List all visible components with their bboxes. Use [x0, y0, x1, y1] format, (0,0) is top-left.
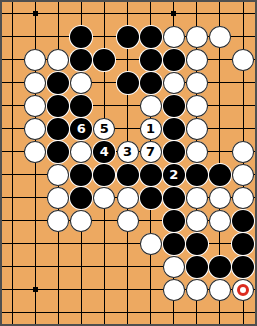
move-number: 1 [146, 122, 155, 135]
stone-white [70, 141, 92, 163]
move-number: 7 [146, 145, 155, 158]
stone-white-move-1: 1 [140, 118, 162, 140]
stone-white [70, 72, 92, 94]
stone-black [163, 95, 185, 117]
stone-black [232, 256, 254, 278]
stone-black [163, 210, 185, 232]
stone-white [24, 49, 46, 71]
grid-line-horizontal [2, 243, 255, 244]
stone-white [186, 72, 208, 94]
stone-white [209, 187, 231, 209]
move-number: 5 [100, 122, 109, 135]
stone-white [209, 279, 231, 301]
stone-white [163, 72, 185, 94]
stone-black [70, 49, 92, 71]
stone-white [186, 118, 208, 140]
hoshi-star-point [33, 287, 38, 292]
stone-white [186, 141, 208, 163]
stone-white [186, 26, 208, 48]
stone-black [163, 118, 185, 140]
stone-black [47, 95, 69, 117]
stone-black [140, 187, 162, 209]
stone-white [47, 164, 69, 186]
stone-black-move-2: 2 [163, 164, 185, 186]
hoshi-star-point [33, 11, 38, 16]
stone-black [117, 164, 139, 186]
stone-black [186, 233, 208, 255]
stone-white [47, 187, 69, 209]
stone-white [140, 233, 162, 255]
stone-white [24, 95, 46, 117]
stone-white [93, 187, 115, 209]
stone-black [70, 187, 92, 209]
red-circle-marker [237, 284, 249, 296]
grid-line-horizontal [2, 312, 255, 313]
stone-black [47, 118, 69, 140]
stone-black [163, 141, 185, 163]
stone-black [186, 164, 208, 186]
stone-white [163, 26, 185, 48]
stone-white [163, 256, 185, 278]
stone-black [140, 72, 162, 94]
stone-white [24, 72, 46, 94]
grid-line-vertical [12, 2, 13, 324]
stone-black [140, 164, 162, 186]
stone-black [47, 72, 69, 94]
go-board: 6514372 [0, 0, 257, 326]
stone-black [70, 95, 92, 117]
grid-line-horizontal [2, 13, 255, 14]
stone-black [163, 233, 185, 255]
stone-white [232, 49, 254, 71]
stone-black [47, 141, 69, 163]
stone-white-marked [232, 279, 254, 301]
stone-black [209, 256, 231, 278]
stone-black [70, 164, 92, 186]
stone-black [163, 187, 185, 209]
stone-white [163, 279, 185, 301]
hoshi-star-point [171, 11, 176, 16]
stone-white [186, 49, 208, 71]
move-number: 4 [100, 145, 109, 158]
stone-black [209, 164, 231, 186]
stone-black [93, 164, 115, 186]
stone-black [117, 26, 139, 48]
stone-black [70, 26, 92, 48]
stone-white [70, 210, 92, 232]
stone-white [47, 49, 69, 71]
stone-white [24, 118, 46, 140]
stone-black [186, 256, 208, 278]
stone-white [117, 210, 139, 232]
stone-white [209, 210, 231, 232]
stone-white [232, 141, 254, 163]
stone-black [140, 26, 162, 48]
stone-black [140, 49, 162, 71]
move-number: 6 [77, 122, 86, 135]
stone-white [186, 210, 208, 232]
stone-white-move-5: 5 [93, 118, 115, 140]
stone-black [117, 72, 139, 94]
stone-white [232, 164, 254, 186]
move-number: 2 [169, 168, 178, 181]
stone-white-move-7: 7 [140, 141, 162, 163]
stone-white [232, 187, 254, 209]
stone-white [186, 95, 208, 117]
stone-white [24, 141, 46, 163]
stone-white-move-3: 3 [117, 141, 139, 163]
stone-black-move-4: 4 [93, 141, 115, 163]
stone-white [186, 279, 208, 301]
stone-white [186, 187, 208, 209]
stone-black [93, 49, 115, 71]
stone-black [163, 49, 185, 71]
stone-black-move-6: 6 [70, 118, 92, 140]
stone-white [117, 187, 139, 209]
stone-white [140, 95, 162, 117]
stone-black [232, 233, 254, 255]
stone-white [209, 26, 231, 48]
move-number: 3 [123, 145, 132, 158]
stone-black [232, 210, 254, 232]
stone-white [47, 210, 69, 232]
